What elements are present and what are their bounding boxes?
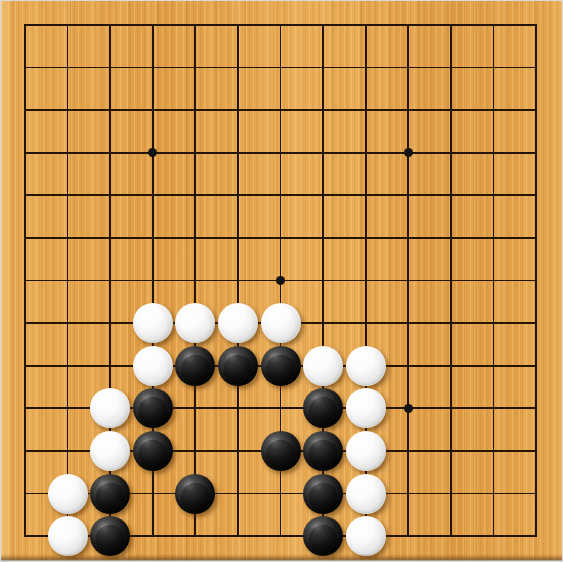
intersection[interactable] (302, 174, 345, 217)
intersection[interactable]: ● (344, 344, 387, 387)
intersection[interactable] (46, 302, 89, 345)
intersection[interactable] (387, 472, 430, 515)
intersection[interactable] (217, 89, 260, 132)
intersection[interactable] (217, 217, 260, 260)
intersection[interactable] (515, 89, 558, 132)
intersection[interactable] (472, 387, 515, 430)
intersection[interactable] (46, 131, 89, 174)
black-stone[interactable]: ● (175, 346, 215, 386)
intersection[interactable] (217, 131, 260, 174)
intersection[interactable] (259, 89, 302, 132)
intersection[interactable]: ● (302, 430, 345, 473)
intersection[interactable] (472, 515, 515, 558)
intersection[interactable] (131, 259, 174, 302)
intersection[interactable]: ● (302, 387, 345, 430)
go-app-window: ●●●●●●●●●●●●●●●●●●●●●●●●●●●● (0, 0, 563, 562)
intersection[interactable] (515, 4, 558, 47)
intersection[interactable] (259, 387, 302, 430)
intersection[interactable] (302, 302, 345, 345)
white-stone[interactable]: ● (346, 474, 386, 514)
intersection[interactable] (387, 515, 430, 558)
intersection[interactable] (46, 344, 89, 387)
intersection[interactable]: ● (259, 344, 302, 387)
intersection[interactable] (4, 344, 47, 387)
intersection[interactable] (472, 302, 515, 345)
intersection[interactable] (387, 302, 430, 345)
black-stone[interactable]: ● (175, 474, 215, 514)
intersection[interactable] (4, 387, 47, 430)
intersection[interactable] (4, 430, 47, 473)
intersection[interactable] (89, 4, 132, 47)
intersection[interactable] (174, 259, 217, 302)
white-stone[interactable]: ● (175, 303, 215, 343)
intersection[interactable] (131, 4, 174, 47)
intersection[interactable] (515, 174, 558, 217)
intersection[interactable] (131, 217, 174, 260)
intersection[interactable]: ● (89, 387, 132, 430)
star-point (404, 404, 413, 413)
intersection[interactable] (430, 344, 473, 387)
intersection[interactable] (472, 217, 515, 260)
black-stone[interactable]: ● (133, 431, 173, 471)
intersection[interactable]: ● (217, 344, 260, 387)
intersection[interactable] (344, 174, 387, 217)
white-stone[interactable]: ● (133, 346, 173, 386)
intersection[interactable] (174, 174, 217, 217)
intersection[interactable] (217, 174, 260, 217)
intersection[interactable]: ● (259, 302, 302, 345)
intersection[interactable] (174, 46, 217, 89)
intersection[interactable]: ● (344, 472, 387, 515)
intersection[interactable] (259, 131, 302, 174)
white-stone[interactable]: ● (346, 346, 386, 386)
intersection[interactable] (46, 387, 89, 430)
intersection[interactable] (344, 302, 387, 345)
intersection[interactable] (259, 174, 302, 217)
intersection[interactable] (4, 259, 47, 302)
intersection[interactable] (131, 515, 174, 558)
intersection[interactable] (430, 259, 473, 302)
intersection[interactable] (46, 89, 89, 132)
intersection[interactable] (387, 344, 430, 387)
intersection[interactable] (472, 89, 515, 132)
intersection[interactable] (430, 302, 473, 345)
intersection[interactable] (4, 174, 47, 217)
intersection[interactable]: ● (174, 472, 217, 515)
intersection[interactable] (515, 46, 558, 89)
intersection[interactable] (472, 259, 515, 302)
intersection[interactable] (46, 217, 89, 260)
intersection[interactable]: ● (302, 472, 345, 515)
intersection[interactable] (46, 4, 89, 47)
intersection[interactable] (89, 344, 132, 387)
intersection[interactable] (302, 217, 345, 260)
white-stone[interactable]: ● (346, 516, 386, 556)
intersection[interactable]: ● (89, 430, 132, 473)
star-point (404, 148, 413, 157)
white-stone[interactable]: ● (346, 431, 386, 471)
black-stone[interactable]: ● (218, 346, 258, 386)
intersection[interactable]: ● (344, 515, 387, 558)
intersection[interactable] (46, 430, 89, 473)
intersection[interactable] (131, 174, 174, 217)
intersection[interactable] (89, 174, 132, 217)
intersection[interactable] (259, 217, 302, 260)
intersection[interactable] (472, 472, 515, 515)
intersection[interactable]: ● (46, 472, 89, 515)
intersection[interactable] (259, 259, 302, 302)
intersection[interactable] (344, 131, 387, 174)
star-point (276, 276, 285, 285)
intersection[interactable] (4, 472, 47, 515)
intersection[interactable] (302, 46, 345, 89)
intersection[interactable] (89, 217, 132, 260)
black-stone[interactable]: ● (303, 431, 343, 471)
white-stone[interactable]: ● (48, 516, 88, 556)
intersection[interactable] (131, 89, 174, 132)
intersection[interactable] (174, 4, 217, 47)
intersection[interactable] (344, 217, 387, 260)
intersection[interactable] (430, 472, 473, 515)
intersection[interactable] (89, 259, 132, 302)
intersection[interactable] (387, 4, 430, 47)
intersection[interactable]: ● (259, 430, 302, 473)
intersection[interactable] (472, 430, 515, 473)
intersection[interactable] (174, 515, 217, 558)
intersection[interactable] (302, 4, 345, 47)
intersection[interactable] (387, 46, 430, 89)
intersection[interactable] (4, 4, 47, 47)
intersection[interactable] (515, 302, 558, 345)
intersection[interactable] (4, 131, 47, 174)
intersection[interactable] (515, 472, 558, 515)
intersection[interactable] (472, 46, 515, 89)
intersection[interactable] (89, 46, 132, 89)
black-stone[interactable]: ● (90, 474, 130, 514)
black-stone[interactable]: ● (90, 516, 130, 556)
intersection[interactable] (46, 259, 89, 302)
intersection[interactable]: ● (344, 387, 387, 430)
go-board-grid: ●●●●●●●●●●●●●●●●●●●●●●●●●●●● (4, 4, 558, 558)
intersection[interactable] (515, 430, 558, 473)
white-stone[interactable]: ● (90, 431, 130, 471)
white-stone[interactable]: ● (48, 474, 88, 514)
intersection[interactable] (472, 4, 515, 47)
intersection[interactable] (259, 515, 302, 558)
intersection[interactable] (89, 302, 132, 345)
intersection[interactable] (217, 472, 260, 515)
black-stone[interactable]: ● (303, 388, 343, 428)
intersection[interactable] (4, 217, 47, 260)
intersection[interactable] (89, 89, 132, 132)
intersection[interactable] (4, 46, 47, 89)
intersection[interactable] (217, 430, 260, 473)
intersection[interactable]: ● (131, 344, 174, 387)
intersection[interactable] (302, 89, 345, 132)
intersection[interactable] (217, 259, 260, 302)
black-stone[interactable]: ● (133, 388, 173, 428)
white-stone[interactable]: ● (218, 303, 258, 343)
star-point (148, 148, 157, 157)
intersection[interactable] (344, 46, 387, 89)
intersection[interactable] (430, 4, 473, 47)
intersection[interactable] (174, 131, 217, 174)
intersection[interactable] (430, 174, 473, 217)
intersection[interactable] (131, 46, 174, 89)
intersection[interactable]: ● (89, 472, 132, 515)
intersection[interactable] (387, 217, 430, 260)
intersection[interactable] (344, 89, 387, 132)
black-stone[interactable]: ● (261, 431, 301, 471)
white-stone[interactable]: ● (133, 303, 173, 343)
intersection[interactable] (472, 344, 515, 387)
intersection[interactable] (344, 4, 387, 47)
intersection[interactable] (4, 89, 47, 132)
intersection[interactable]: ● (131, 302, 174, 345)
intersection[interactable] (430, 46, 473, 89)
intersection[interactable] (430, 131, 473, 174)
intersection[interactable] (46, 174, 89, 217)
intersection[interactable] (302, 131, 345, 174)
intersection[interactable] (387, 430, 430, 473)
intersection[interactable] (259, 4, 302, 47)
intersection[interactable] (430, 89, 473, 132)
white-stone[interactable]: ● (90, 388, 130, 428)
intersection[interactable] (344, 259, 387, 302)
intersection[interactable] (430, 217, 473, 260)
intersection[interactable] (387, 387, 430, 430)
intersection[interactable]: ● (344, 430, 387, 473)
intersection[interactable] (515, 259, 558, 302)
intersection[interactable]: ● (131, 387, 174, 430)
intersection[interactable] (174, 387, 217, 430)
white-stone[interactable]: ● (303, 346, 343, 386)
intersection[interactable] (174, 430, 217, 473)
intersection[interactable] (217, 4, 260, 47)
intersection[interactable] (131, 131, 174, 174)
intersection[interactable]: ● (89, 515, 132, 558)
intersection[interactable]: ● (131, 430, 174, 473)
intersection[interactable] (4, 515, 47, 558)
intersection[interactable] (89, 131, 132, 174)
intersection[interactable] (217, 46, 260, 89)
white-stone[interactable]: ● (346, 388, 386, 428)
intersection[interactable] (515, 387, 558, 430)
intersection[interactable] (217, 387, 260, 430)
black-stone[interactable]: ● (303, 516, 343, 556)
intersection[interactable]: ● (302, 515, 345, 558)
intersection[interactable] (430, 387, 473, 430)
intersection[interactable] (4, 302, 47, 345)
intersection[interactable] (387, 174, 430, 217)
intersection[interactable] (387, 131, 430, 174)
black-stone[interactable]: ● (303, 474, 343, 514)
intersection[interactable] (46, 46, 89, 89)
intersection[interactable]: ● (217, 302, 260, 345)
go-board: ●●●●●●●●●●●●●●●●●●●●●●●●●●●● (1, 1, 562, 561)
intersection[interactable]: ● (302, 344, 345, 387)
intersection[interactable] (131, 472, 174, 515)
intersection[interactable] (515, 217, 558, 260)
white-stone[interactable]: ● (261, 303, 301, 343)
intersection[interactable] (259, 472, 302, 515)
intersection[interactable] (302, 259, 345, 302)
intersection[interactable]: ● (174, 344, 217, 387)
intersection[interactable] (174, 217, 217, 260)
intersection[interactable] (472, 131, 515, 174)
intersection[interactable] (472, 174, 515, 217)
intersection[interactable] (430, 515, 473, 558)
intersection[interactable]: ● (46, 515, 89, 558)
intersection[interactable] (174, 89, 217, 132)
intersection[interactable] (430, 430, 473, 473)
intersection[interactable] (387, 89, 430, 132)
black-stone[interactable]: ● (261, 346, 301, 386)
intersection[interactable] (515, 344, 558, 387)
intersection[interactable] (217, 515, 260, 558)
intersection[interactable] (515, 131, 558, 174)
intersection[interactable] (387, 259, 430, 302)
intersection[interactable] (515, 515, 558, 558)
intersection[interactable] (259, 46, 302, 89)
intersection[interactable]: ● (174, 302, 217, 345)
